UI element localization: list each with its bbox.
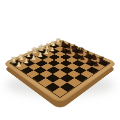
chess-board: ♜♞♝♚♛♝♞♜♞♟♟♟♟♟♟♝♟♚♟♛♟♝♟♞♟♜♟ [3, 39, 118, 104]
piece-white-pawn[interactable]: ♟ [16, 61, 22, 68]
piece-black-pawn[interactable]: ♟ [67, 49, 73, 55]
piece-black-pawn[interactable]: ♟ [73, 52, 79, 58]
piece-white-pawn[interactable]: ♟ [37, 52, 43, 58]
piece-black-pawn[interactable]: ♟ [79, 55, 85, 62]
piece-white-pawn[interactable]: ♟ [50, 46, 55, 52]
piece-white-pawn[interactable]: ♟ [23, 58, 29, 65]
piece-white-pawn[interactable]: ♟ [44, 49, 50, 55]
piece-black-pawn[interactable]: ♟ [86, 58, 92, 65]
piece-white-pawn[interactable]: ♟ [30, 55, 36, 62]
chess-set-photo: ♜♞♝♚♛♝♞♜♞♟♟♟♟♟♟♝♟♚♟♛♟♝♟♞♟♜♟ [0, 0, 120, 120]
board-square[interactable] [42, 57, 54, 63]
piece-black-pawn[interactable]: ♟ [93, 61, 99, 68]
board-frame: ♜♞♝♚♛♝♞♜♞♟♟♟♟♟♟♝♟♚♟♛♟♝♟♞♟♜♟ [3, 39, 118, 104]
piece-black-pawn[interactable]: ♟ [61, 46, 66, 52]
